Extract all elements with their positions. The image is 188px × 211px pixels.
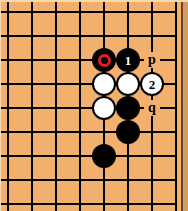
grid-horizontal-line [0, 203, 177, 205]
black-stone-marked [92, 48, 116, 72]
white-stone [92, 96, 116, 120]
black-stone [92, 144, 116, 168]
board-bevel-left [0, 0, 1, 211]
grid-horizontal-line [0, 131, 177, 133]
grid-horizontal-line [0, 35, 177, 37]
point-label-p: p [144, 52, 160, 68]
board-shadow-right [181, 0, 188, 211]
black-stone [116, 120, 140, 144]
white-stone-move-2: 2 [140, 72, 164, 96]
black-stone-move-1: 1 [116, 48, 140, 72]
point-label-q: q [144, 100, 160, 116]
red-circle-mark-icon [98, 54, 111, 67]
grid-horizontal-line [0, 11, 177, 13]
go-board-diagram: 1p2q [0, 0, 188, 211]
board-bevel-top [0, 0, 188, 2]
white-stone [92, 72, 116, 96]
grid-horizontal-line [0, 179, 177, 181]
white-stone [116, 72, 140, 96]
black-stone [116, 96, 140, 120]
grid-horizontal-line [0, 155, 177, 157]
